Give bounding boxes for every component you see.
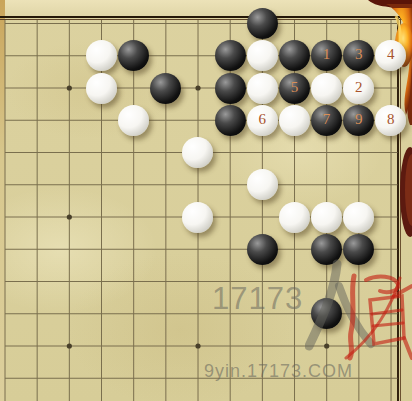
stone-black <box>343 234 374 265</box>
stone-black <box>215 105 246 136</box>
move-number: 4 <box>387 47 395 62</box>
move-number: 2 <box>355 80 363 95</box>
stone-white <box>247 169 278 200</box>
move-number: 6 <box>258 112 266 127</box>
stone-white: 4 <box>375 40 406 71</box>
stone-white <box>247 40 278 71</box>
stone-white <box>279 105 310 136</box>
stone-black <box>215 40 246 71</box>
move-number: 8 <box>387 112 395 127</box>
go-diagram: 134526798 <box>0 0 412 401</box>
stone-white: 2 <box>343 73 374 104</box>
board-grid: 134526798 <box>0 7 407 394</box>
stone-white: 6 <box>247 105 278 136</box>
move-number: 3 <box>355 47 363 62</box>
stone-white <box>182 137 213 168</box>
stone-white <box>311 202 342 233</box>
stone-white <box>86 73 117 104</box>
stone-black <box>215 73 246 104</box>
stone-white <box>182 202 213 233</box>
move-number: 5 <box>291 80 299 95</box>
move-number: 9 <box>355 112 363 127</box>
stone-black <box>247 234 278 265</box>
stone-black: 9 <box>343 105 374 136</box>
watermark-site-text: 17173 <box>212 281 303 317</box>
stone-white <box>86 40 117 71</box>
stone-black <box>279 40 310 71</box>
stone-white <box>247 73 278 104</box>
stone-black: 3 <box>343 40 374 71</box>
watermark-url-text: 9yin.17173.COM <box>204 361 353 382</box>
stone-black: 5 <box>279 73 310 104</box>
move-number: 1 <box>323 47 331 62</box>
stone-black: 1 <box>311 40 342 71</box>
stone-black <box>247 8 278 39</box>
stone-black <box>118 40 149 71</box>
stone-black <box>311 234 342 265</box>
stone-white <box>118 105 149 136</box>
stone-white <box>343 202 374 233</box>
move-number: 7 <box>323 112 331 127</box>
stone-white: 8 <box>375 105 406 136</box>
stone-black <box>150 73 181 104</box>
stone-black <box>311 298 342 329</box>
stone-white <box>279 202 310 233</box>
stone-white <box>311 73 342 104</box>
stone-black: 7 <box>311 105 342 136</box>
